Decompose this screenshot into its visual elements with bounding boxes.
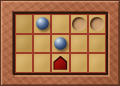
board-cell[interactable]: [34, 15, 50, 33]
board-cell[interactable]: [52, 35, 68, 53]
board-cell[interactable]: [71, 54, 87, 72]
red-arrow-piece[interactable]: [53, 56, 67, 70]
board-cell[interactable]: [16, 54, 32, 72]
game-window: [0, 0, 120, 86]
blue-marble-piece[interactable]: [54, 37, 67, 50]
red-arrow-fill: [54, 58, 66, 70]
hole: [72, 17, 86, 31]
board-cell[interactable]: [71, 15, 87, 33]
blue-marble-piece[interactable]: [36, 17, 49, 30]
board-cell[interactable]: [52, 15, 68, 33]
board-cell[interactable]: [71, 35, 87, 53]
board-cell[interactable]: [52, 54, 68, 72]
game-board[interactable]: [15, 14, 106, 73]
hole: [90, 17, 104, 31]
board-cell[interactable]: [89, 15, 105, 33]
board-cell[interactable]: [16, 35, 32, 53]
board-cell[interactable]: [89, 35, 105, 53]
board-cell[interactable]: [34, 54, 50, 72]
board-cell[interactable]: [34, 35, 50, 53]
board-recess: [13, 12, 108, 75]
board-cell[interactable]: [89, 54, 105, 72]
board-cell[interactable]: [16, 15, 32, 33]
